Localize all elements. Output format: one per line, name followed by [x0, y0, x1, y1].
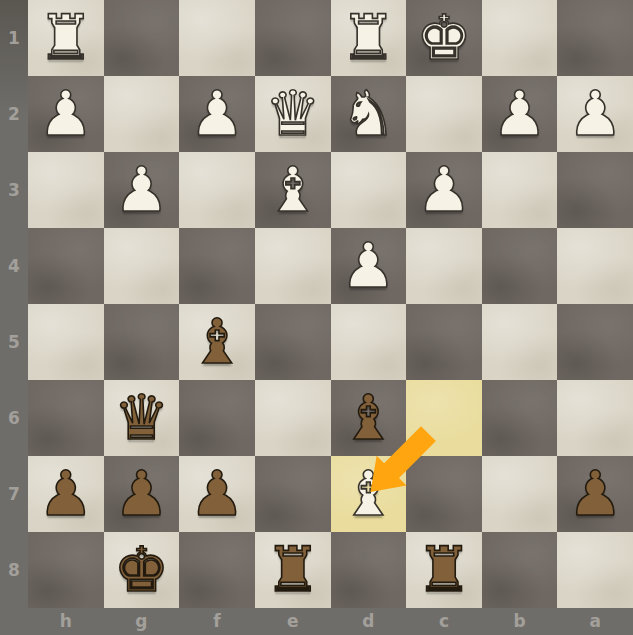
square-a5[interactable] — [557, 304, 633, 380]
square-h6[interactable] — [28, 380, 104, 456]
square-c4[interactable] — [406, 228, 482, 304]
file-label-g: g — [104, 608, 180, 635]
square-g4[interactable] — [104, 228, 180, 304]
square-b4[interactable] — [482, 228, 558, 304]
square-d2[interactable]: ♞ — [331, 76, 407, 152]
black-pawn-f7[interactable]: ♟ — [179, 456, 255, 532]
square-h3[interactable] — [28, 152, 104, 228]
black-queen-g6[interactable]: ♛ — [104, 380, 180, 456]
square-g1[interactable] — [104, 0, 180, 76]
square-h2[interactable]: ♟ — [28, 76, 104, 152]
square-f3[interactable] — [179, 152, 255, 228]
rank-label-5: 5 — [0, 304, 28, 380]
square-d3[interactable] — [331, 152, 407, 228]
white-rook-h1[interactable]: ♜ — [28, 0, 104, 76]
square-f8[interactable] — [179, 532, 255, 608]
square-g6[interactable]: ♛ — [104, 380, 180, 456]
chess-board: ♜♜♚♟♟♛♞♟♟♟♝♟♟♝♛♝♟♟♟♝♟♚♜♜ — [28, 0, 633, 608]
white-pawn-c3[interactable]: ♟ — [406, 152, 482, 228]
file-label-f: f — [179, 608, 255, 635]
square-g8[interactable]: ♚ — [104, 532, 180, 608]
square-e7[interactable] — [255, 456, 331, 532]
square-a4[interactable] — [557, 228, 633, 304]
square-a8[interactable] — [557, 532, 633, 608]
file-label-e: e — [255, 608, 331, 635]
white-queen-e2[interactable]: ♛ — [255, 76, 331, 152]
white-pawn-f2[interactable]: ♟ — [179, 76, 255, 152]
square-b6[interactable] — [482, 380, 558, 456]
square-d4[interactable]: ♟ — [331, 228, 407, 304]
white-pawn-d4[interactable]: ♟ — [331, 228, 407, 304]
square-f7[interactable]: ♟ — [179, 456, 255, 532]
black-bishop-f5[interactable]: ♝ — [179, 304, 255, 380]
black-pawn-g7[interactable]: ♟ — [104, 456, 180, 532]
square-e3[interactable]: ♝ — [255, 152, 331, 228]
square-g5[interactable] — [104, 304, 180, 380]
rank-label-2: 2 — [0, 76, 28, 152]
square-b5[interactable] — [482, 304, 558, 380]
square-e4[interactable] — [255, 228, 331, 304]
square-e1[interactable] — [255, 0, 331, 76]
square-f2[interactable]: ♟ — [179, 76, 255, 152]
square-h4[interactable] — [28, 228, 104, 304]
square-d7[interactable]: ♝ — [331, 456, 407, 532]
square-e2[interactable]: ♛ — [255, 76, 331, 152]
square-b8[interactable] — [482, 532, 558, 608]
black-pawn-a7[interactable]: ♟ — [557, 456, 633, 532]
black-pawn-h7[interactable]: ♟ — [28, 456, 104, 532]
square-d8[interactable] — [331, 532, 407, 608]
square-h1[interactable]: ♜ — [28, 0, 104, 76]
rank-label-8: 8 — [0, 532, 28, 608]
square-b3[interactable] — [482, 152, 558, 228]
white-pawn-g3[interactable]: ♟ — [104, 152, 180, 228]
white-king-c1[interactable]: ♚ — [406, 0, 482, 76]
square-c5[interactable] — [406, 304, 482, 380]
square-b2[interactable]: ♟ — [482, 76, 558, 152]
white-pawn-b2[interactable]: ♟ — [482, 76, 558, 152]
chess-app: 12345678 ♜♜♚♟♟♛♞♟♟♟♝♟♟♝♛♝♟♟♟♝♟♚♜♜ hgfedc… — [0, 0, 633, 635]
file-labels: hgfedcba — [28, 608, 633, 635]
square-g7[interactable]: ♟ — [104, 456, 180, 532]
square-f5[interactable]: ♝ — [179, 304, 255, 380]
square-a2[interactable]: ♟ — [557, 76, 633, 152]
square-d5[interactable] — [331, 304, 407, 380]
square-c6[interactable] — [406, 380, 482, 456]
square-b1[interactable] — [482, 0, 558, 76]
white-bishop-e3[interactable]: ♝ — [255, 152, 331, 228]
square-h5[interactable] — [28, 304, 104, 380]
rank-label-6: 6 — [0, 380, 28, 456]
square-e5[interactable] — [255, 304, 331, 380]
rank-label-7: 7 — [0, 456, 28, 532]
square-d6[interactable]: ♝ — [331, 380, 407, 456]
square-c2[interactable] — [406, 76, 482, 152]
square-g3[interactable]: ♟ — [104, 152, 180, 228]
file-label-d: d — [331, 608, 407, 635]
square-e6[interactable] — [255, 380, 331, 456]
square-c7[interactable] — [406, 456, 482, 532]
square-g2[interactable] — [104, 76, 180, 152]
black-bishop-d6[interactable]: ♝ — [331, 380, 407, 456]
square-b7[interactable] — [482, 456, 558, 532]
square-f4[interactable] — [179, 228, 255, 304]
square-c8[interactable]: ♜ — [406, 532, 482, 608]
square-a3[interactable] — [557, 152, 633, 228]
square-e8[interactable]: ♜ — [255, 532, 331, 608]
white-knight-d2[interactable]: ♞ — [331, 76, 407, 152]
square-c3[interactable]: ♟ — [406, 152, 482, 228]
rank-labels: 12345678 — [0, 0, 28, 608]
square-c1[interactable]: ♚ — [406, 0, 482, 76]
white-pawn-a2[interactable]: ♟ — [557, 76, 633, 152]
file-label-b: b — [482, 608, 558, 635]
square-h7[interactable]: ♟ — [28, 456, 104, 532]
square-f6[interactable] — [179, 380, 255, 456]
file-label-a: a — [557, 608, 633, 635]
rank-label-1: 1 — [0, 0, 28, 76]
square-a1[interactable] — [557, 0, 633, 76]
white-pawn-h2[interactable]: ♟ — [28, 76, 104, 152]
square-h8[interactable] — [28, 532, 104, 608]
rank-label-3: 3 — [0, 152, 28, 228]
white-rook-d1[interactable]: ♜ — [331, 0, 407, 76]
square-d1[interactable]: ♜ — [331, 0, 407, 76]
white-bishop-d7[interactable]: ♝ — [331, 456, 407, 532]
file-label-c: c — [406, 608, 482, 635]
file-label-h: h — [28, 608, 104, 635]
square-a6[interactable] — [557, 380, 633, 456]
rank-label-4: 4 — [0, 228, 28, 304]
black-rook-c8[interactable]: ♜ — [406, 532, 482, 608]
black-rook-e8[interactable]: ♜ — [255, 532, 331, 608]
square-a7[interactable]: ♟ — [557, 456, 633, 532]
black-king-g8[interactable]: ♚ — [104, 532, 180, 608]
square-f1[interactable] — [179, 0, 255, 76]
